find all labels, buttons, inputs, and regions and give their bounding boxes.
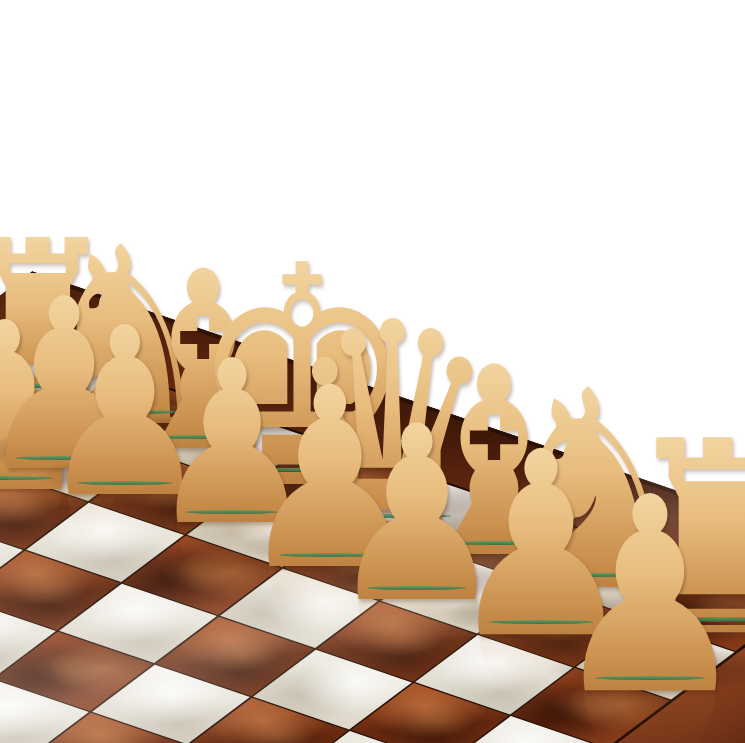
pawn-glyph: ♟	[551, 462, 745, 732]
chess-set-photo: ♜♞♝♚♛♝♞♜♟♟♟♟♟♟♟♟	[0, 0, 745, 743]
white-pawn: ♟	[551, 462, 745, 678]
pieces-layer: ♜♞♝♚♛♝♞♜♟♟♟♟♟♟♟♟	[0, 0, 745, 743]
